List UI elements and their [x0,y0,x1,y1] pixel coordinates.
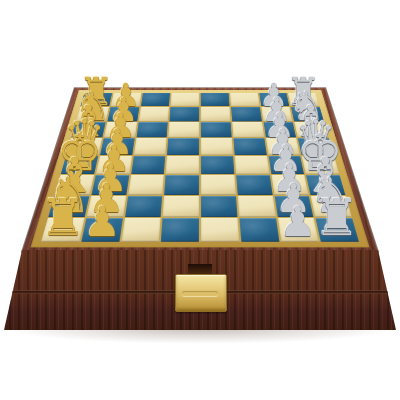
piece-white-rook-h1[interactable]: ♜ [40,193,86,244]
piece-white-pawn-h2[interactable]: ♟ [84,202,121,243]
piece-black-pawn-h7[interactable]: ♟ [279,202,316,243]
chess-case-photo: ♜♟♟♜♞♟♟♞♝♟♟♝♛♟♟♛♚♟♟♚♝♟♟♝♞♟♟♞♜♟♟♜ [0,0,400,400]
pieces-layer: ♜♟♟♜♞♟♟♞♝♟♟♝♛♟♟♛♚♟♟♚♝♟♟♝♞♟♟♞♜♟♟♜ [0,0,400,400]
piece-black-rook-h8[interactable]: ♜ [314,193,360,244]
